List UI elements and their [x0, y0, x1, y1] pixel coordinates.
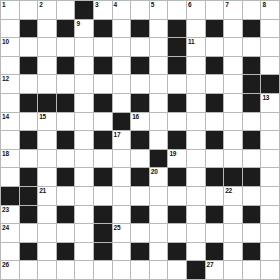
cell-r5c12[interactable]: [206, 75, 224, 93]
cell-r12c9[interactable]: [150, 206, 168, 224]
cell-r1c9[interactable]: 5: [150, 1, 168, 19]
block-cell-r13c6: [94, 224, 112, 242]
cell-r8c3[interactable]: [38, 131, 56, 149]
cell-r3c2[interactable]: [20, 38, 38, 56]
cell-r3c4[interactable]: [57, 38, 75, 56]
cell-r3c14[interactable]: [243, 38, 261, 56]
cell-r11c10[interactable]: [168, 187, 186, 205]
cell-r6c1[interactable]: [1, 94, 19, 112]
block-cell-r11c1: [1, 187, 19, 205]
cell-r13c5[interactable]: [75, 224, 93, 242]
block-cell-r6c2: [20, 94, 38, 112]
cell-r14c15[interactable]: [261, 243, 279, 261]
cell-r14c5[interactable]: [75, 243, 93, 261]
cell-r9c12[interactable]: [206, 150, 224, 168]
cell-r9c4[interactable]: [57, 150, 75, 168]
block-cell-r2c10: [168, 20, 186, 38]
cell-r13c11[interactable]: [187, 224, 205, 242]
cell-r9c8[interactable]: [131, 150, 149, 168]
cell-r3c13[interactable]: [224, 38, 242, 56]
cell-r2c5[interactable]: 9: [75, 20, 93, 38]
cell-r1c1[interactable]: 1: [1, 1, 19, 19]
cell-r14c13[interactable]: [224, 243, 242, 261]
cell-r7c8[interactable]: 16: [131, 113, 149, 131]
block-cell-r11c2: [20, 187, 38, 205]
block-cell-r4c2: [20, 57, 38, 75]
clue-number-6: 6: [188, 1, 191, 8]
cell-r1c10[interactable]: [168, 1, 186, 19]
block-cell-r1c5: [75, 1, 93, 19]
clue-number-11: 11: [188, 38, 194, 45]
cell-r12c1[interactable]: 23: [1, 206, 19, 224]
block-cell-r12c10: [168, 206, 186, 224]
cell-r7c4[interactable]: [57, 113, 75, 131]
block-cell-r12c14: [243, 206, 261, 224]
clue-number-2: 2: [39, 1, 42, 8]
cell-r10c3[interactable]: [38, 168, 56, 186]
cell-r11c7[interactable]: [113, 187, 131, 205]
cell-r4c5[interactable]: [75, 57, 93, 75]
cell-r7c15[interactable]: [261, 113, 279, 131]
cell-r5c6[interactable]: [94, 75, 112, 93]
block-cell-r12c12: [206, 206, 224, 224]
clue-number-22: 22: [225, 187, 232, 194]
block-cell-r6c6: [94, 94, 112, 112]
cell-r5c2[interactable]: [20, 75, 38, 93]
block-cell-r10c2: [20, 168, 38, 186]
block-cell-r3c10: [168, 38, 186, 56]
clue-number-24: 24: [2, 224, 9, 231]
block-cell-r14c6: [94, 243, 112, 261]
cell-r10c5[interactable]: [75, 168, 93, 186]
block-cell-r2c12: [206, 20, 224, 38]
clue-number-17: 17: [114, 131, 121, 138]
block-cell-r6c4: [57, 94, 75, 112]
block-cell-r14c10: [168, 243, 186, 261]
cell-r1c11[interactable]: 6: [187, 1, 205, 19]
cell-r10c1[interactable]: [1, 168, 19, 186]
cell-r7c11[interactable]: [187, 113, 205, 131]
cell-r11c5[interactable]: [75, 187, 93, 205]
cell-r4c3[interactable]: [38, 57, 56, 75]
clue-number-18: 18: [2, 150, 9, 157]
cell-r8c7[interactable]: 17: [113, 131, 131, 149]
cell-r7c1[interactable]: 14: [1, 113, 19, 131]
cell-r15c8[interactable]: [131, 261, 149, 279]
crossword-board: 1234567891011121314151617181920212223242…: [0, 0, 280, 280]
cell-r5c5[interactable]: [75, 75, 93, 93]
block-cell-r12c4: [57, 206, 75, 224]
cell-r3c7[interactable]: [113, 38, 131, 56]
block-cell-r6c10: [168, 94, 186, 112]
cell-r11c6[interactable]: [94, 187, 112, 205]
cell-r9c13[interactable]: [224, 150, 242, 168]
cell-r15c1[interactable]: 26: [1, 261, 19, 279]
block-cell-r6c14: [243, 94, 261, 112]
cell-r9c6[interactable]: [94, 150, 112, 168]
cell-r6c7[interactable]: [113, 94, 131, 112]
clue-number-1: 1: [2, 1, 5, 8]
cell-r1c6[interactable]: 3: [94, 1, 112, 19]
block-cell-r2c8: [131, 20, 149, 38]
block-cell-r8c10: [168, 131, 186, 149]
cell-r15c14[interactable]: [243, 261, 261, 279]
cell-r11c12[interactable]: [206, 187, 224, 205]
clue-number-3: 3: [95, 1, 98, 8]
cell-r8c5[interactable]: [75, 131, 93, 149]
clue-number-26: 26: [2, 261, 9, 268]
cell-r7c3[interactable]: 15: [38, 113, 56, 131]
cell-r11c8[interactable]: [131, 187, 149, 205]
block-cell-r5c15: [261, 75, 279, 93]
cell-r13c2[interactable]: [20, 224, 38, 242]
block-cell-r7c7: [113, 113, 131, 131]
cell-r4c9[interactable]: [150, 57, 168, 75]
cell-r15c12[interactable]: 27: [206, 261, 224, 279]
cell-r9c3[interactable]: [38, 150, 56, 168]
cell-r3c3[interactable]: [38, 38, 56, 56]
block-cell-r10c14: [243, 168, 261, 186]
cell-r14c7[interactable]: [113, 243, 131, 261]
cell-r8c13[interactable]: [224, 131, 242, 149]
cell-r1c15[interactable]: 8: [261, 1, 279, 19]
cell-r13c1[interactable]: 24: [1, 224, 19, 242]
cell-r8c1[interactable]: [1, 131, 19, 149]
cell-r1c2[interactable]: [20, 1, 38, 19]
cell-r13c9[interactable]: [150, 224, 168, 242]
cell-r1c12[interactable]: [206, 1, 224, 19]
cell-r12c3[interactable]: [38, 206, 56, 224]
block-cell-r14c12: [206, 243, 224, 261]
cell-r5c3[interactable]: [38, 75, 56, 93]
cell-r9c15[interactable]: [261, 150, 279, 168]
cell-r2c1[interactable]: [1, 20, 19, 38]
block-cell-r10c8: [131, 168, 149, 186]
cell-r9c14[interactable]: [243, 150, 261, 168]
block-cell-r14c4: [57, 243, 75, 261]
clue-number-4: 4: [114, 1, 117, 8]
cell-r4c15[interactable]: [261, 57, 279, 75]
cell-r12c15[interactable]: [261, 206, 279, 224]
cell-r9c7[interactable]: [113, 150, 131, 168]
clue-number-8: 8: [262, 1, 265, 8]
cell-r5c10[interactable]: [168, 75, 186, 93]
block-cell-r6c3: [38, 94, 56, 112]
cell-r11c9[interactable]: [150, 187, 168, 205]
cell-r7c12[interactable]: [206, 113, 224, 131]
cell-r2c15[interactable]: [261, 20, 279, 38]
cell-r3c15[interactable]: [261, 38, 279, 56]
block-cell-r2c4: [57, 20, 75, 38]
block-cell-r4c14: [243, 57, 261, 75]
cell-r15c3[interactable]: [38, 261, 56, 279]
cell-r12c11[interactable]: [187, 206, 205, 224]
cell-r13c3[interactable]: [38, 224, 56, 242]
block-cell-r4c12: [206, 57, 224, 75]
cell-r13c15[interactable]: [261, 224, 279, 242]
cell-r15c2[interactable]: [20, 261, 38, 279]
cell-r9c1[interactable]: 18: [1, 150, 19, 168]
block-cell-r4c10: [168, 57, 186, 75]
cell-r11c4[interactable]: [57, 187, 75, 205]
cell-r10c15[interactable]: [261, 168, 279, 186]
cell-r9c2[interactable]: [20, 150, 38, 168]
block-cell-r10c12: [206, 168, 224, 186]
cell-r15c15[interactable]: [261, 261, 279, 279]
block-cell-r6c8: [131, 94, 149, 112]
cell-r1c14[interactable]: [243, 1, 261, 19]
cell-r9c10[interactable]: 19: [168, 150, 186, 168]
cell-r7c14[interactable]: [243, 113, 261, 131]
block-cell-r2c6: [94, 20, 112, 38]
cell-r11c15[interactable]: [261, 187, 279, 205]
cell-r8c11[interactable]: [187, 131, 205, 149]
cell-r2c7[interactable]: [113, 20, 131, 38]
cell-r3c6[interactable]: [94, 38, 112, 56]
cell-r6c13[interactable]: [224, 94, 242, 112]
cell-r3c5[interactable]: [75, 38, 93, 56]
cell-r1c13[interactable]: 7: [224, 1, 242, 19]
block-cell-r10c13: [224, 168, 242, 186]
cell-r6c11[interactable]: [187, 94, 205, 112]
clue-number-20: 20: [151, 168, 158, 175]
cell-r13c14[interactable]: [243, 224, 261, 242]
cell-r13c7[interactable]: 25: [113, 224, 131, 242]
cell-r4c13[interactable]: [224, 57, 242, 75]
cell-r2c11[interactable]: [187, 20, 205, 38]
cell-r9c5[interactable]: [75, 150, 93, 168]
crossword-puzzle: 1234567891011121314151617181920212223242…: [0, 0, 280, 280]
cell-r1c7[interactable]: 4: [113, 1, 131, 19]
cell-r5c9[interactable]: [150, 75, 168, 93]
cell-r15c7[interactable]: [113, 261, 131, 279]
block-cell-r12c2: [20, 206, 38, 224]
clue-number-13: 13: [262, 94, 269, 101]
cell-r7c5[interactable]: [75, 113, 93, 131]
cell-r7c10[interactable]: [168, 113, 186, 131]
block-cell-r8c8: [131, 131, 149, 149]
clue-number-25: 25: [114, 224, 121, 231]
cell-r5c4[interactable]: [57, 75, 75, 93]
clue-number-14: 14: [2, 113, 9, 120]
block-cell-r4c8: [131, 57, 149, 75]
cell-r3c12[interactable]: [206, 38, 224, 56]
cell-r13c13[interactable]: [224, 224, 242, 242]
clue-number-15: 15: [39, 113, 46, 120]
cell-r2c9[interactable]: [150, 20, 168, 38]
clue-number-5: 5: [151, 1, 154, 8]
block-cell-r2c2: [20, 20, 38, 38]
block-cell-r8c2: [20, 131, 38, 149]
block-cell-r8c4: [57, 131, 75, 149]
cell-r7c13[interactable]: [224, 113, 242, 131]
block-cell-r14c8: [131, 243, 149, 261]
cell-r5c8[interactable]: [131, 75, 149, 93]
cell-r3c8[interactable]: [131, 38, 149, 56]
block-cell-r12c8: [131, 206, 149, 224]
cell-r9c11[interactable]: [187, 150, 205, 168]
clue-number-21: 21: [39, 187, 46, 194]
cell-r15c13[interactable]: [224, 261, 242, 279]
cell-r1c8[interactable]: [131, 1, 149, 19]
block-cell-r8c12: [206, 131, 224, 149]
cell-r1c3[interactable]: 2: [38, 1, 56, 19]
cell-r5c11[interactable]: [187, 75, 205, 93]
clue-number-12: 12: [2, 75, 9, 82]
cell-r5c7[interactable]: [113, 75, 131, 93]
cell-r13c8[interactable]: [131, 224, 149, 242]
cell-r11c11[interactable]: [187, 187, 205, 205]
block-cell-r9c9: [150, 150, 168, 168]
cell-r14c11[interactable]: [187, 243, 205, 261]
block-cell-r4c6: [94, 57, 112, 75]
block-cell-r10c4: [57, 168, 75, 186]
cell-r7c2[interactable]: [20, 113, 38, 131]
cell-r7c9[interactable]: [150, 113, 168, 131]
cell-r4c1[interactable]: [1, 57, 19, 75]
block-cell-r6c12: [206, 94, 224, 112]
cell-r10c9[interactable]: 20: [150, 168, 168, 186]
cell-r6c15[interactable]: 13: [261, 94, 279, 112]
block-cell-r2c14: [243, 20, 261, 38]
cell-r8c15[interactable]: [261, 131, 279, 149]
block-cell-r14c14: [243, 243, 261, 261]
clue-number-10: 10: [2, 38, 9, 45]
cell-r15c10[interactable]: [168, 261, 186, 279]
cell-r12c7[interactable]: [113, 206, 131, 224]
cell-r4c11[interactable]: [187, 57, 205, 75]
block-cell-r8c14: [243, 131, 261, 149]
cell-r15c6[interactable]: [94, 261, 112, 279]
clue-number-23: 23: [2, 206, 9, 213]
cell-r4c7[interactable]: [113, 57, 131, 75]
block-cell-r15c11: [187, 261, 205, 279]
block-cell-r8c6: [94, 131, 112, 149]
block-cell-r14c2: [20, 243, 38, 261]
clue-number-9: 9: [76, 20, 79, 27]
cell-r13c4[interactable]: [57, 224, 75, 242]
cell-r5c13[interactable]: [224, 75, 242, 93]
block-cell-r12c6: [94, 206, 112, 224]
cell-r13c10[interactable]: [168, 224, 186, 242]
clue-number-27: 27: [207, 261, 214, 268]
block-cell-r10c10: [168, 168, 186, 186]
cell-r12c5[interactable]: [75, 206, 93, 224]
cell-r15c5[interactable]: [75, 261, 93, 279]
cell-r2c3[interactable]: [38, 20, 56, 38]
cell-r15c4[interactable]: [57, 261, 75, 279]
cell-r7c6[interactable]: [94, 113, 112, 131]
cell-r14c1[interactable]: [1, 243, 19, 261]
cell-r6c9[interactable]: [150, 94, 168, 112]
block-cell-r4c4: [57, 57, 75, 75]
clue-number-7: 7: [225, 1, 228, 8]
cell-r11c14[interactable]: [243, 187, 261, 205]
cell-r14c9[interactable]: [150, 243, 168, 261]
block-cell-r10c6: [94, 168, 112, 186]
cell-r14c3[interactable]: [38, 243, 56, 261]
clue-number-16: 16: [132, 113, 139, 120]
cell-r2c13[interactable]: [224, 20, 242, 38]
cell-r5c1[interactable]: 12: [1, 75, 19, 93]
clue-number-19: 19: [169, 150, 176, 157]
cell-r11c13[interactable]: 22: [224, 187, 242, 205]
cell-r1c4[interactable]: [57, 1, 75, 19]
cell-r10c7[interactable]: [113, 168, 131, 186]
cell-r10c11[interactable]: [187, 168, 205, 186]
cell-r15c9[interactable]: [150, 261, 168, 279]
cell-r6c5[interactable]: [75, 94, 93, 112]
cell-r3c9[interactable]: [150, 38, 168, 56]
cell-r11c3[interactable]: 21: [38, 187, 56, 205]
cell-r8c9[interactable]: [150, 131, 168, 149]
cell-r12c13[interactable]: [224, 206, 242, 224]
cell-r3c11[interactable]: 11: [187, 38, 205, 56]
cell-r3c1[interactable]: 10: [1, 38, 19, 56]
cell-r13c12[interactable]: [206, 224, 224, 242]
block-cell-r5c14: [243, 75, 261, 93]
